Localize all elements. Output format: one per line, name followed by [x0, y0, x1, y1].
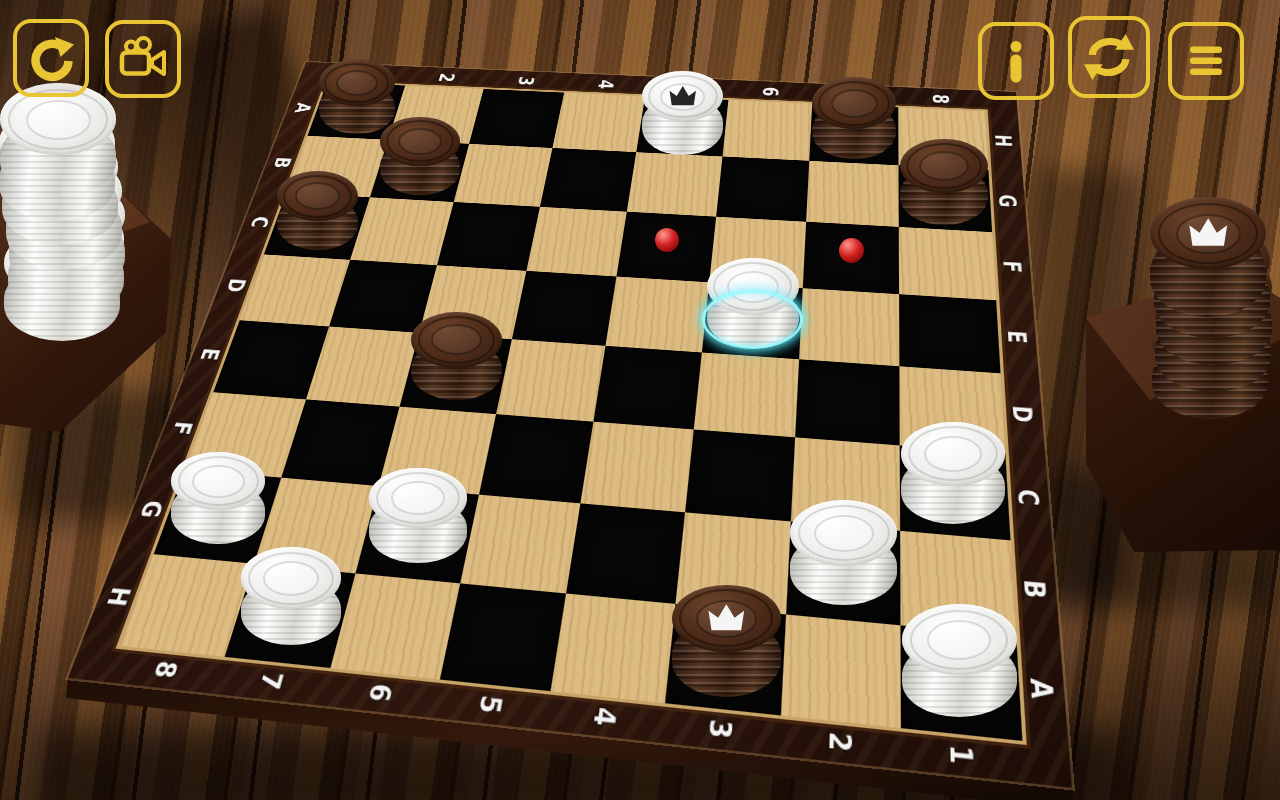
piece-white-man-G7[interactable]	[790, 500, 897, 605]
piece-dark-king-H6[interactable]	[672, 585, 781, 692]
piece-white-man-D6[interactable]	[707, 258, 799, 348]
piece-white-man-G1[interactable]	[171, 452, 265, 544]
piece-white-man-G3[interactable]	[369, 468, 467, 564]
info-button[interactable]	[978, 22, 1054, 100]
piece-dark-man-E3[interactable]	[411, 312, 501, 400]
restart-icon	[27, 34, 75, 82]
info-icon	[992, 37, 1040, 85]
piece-white-man-F8[interactable]	[901, 422, 1005, 524]
game-screen: 18AH27BG36CF45DE54ED63FC72GB81HA	[0, 0, 1280, 800]
menu-icon	[1182, 37, 1230, 85]
piece-dark-man-B8[interactable]	[900, 139, 988, 226]
pieces-layer	[0, 0, 1280, 800]
piece-dark-man-C1[interactable]	[277, 171, 358, 250]
move-target-dot-C7[interactable]	[839, 238, 864, 263]
piece-white-king-A5[interactable]	[642, 71, 723, 150]
menu-button[interactable]	[1168, 22, 1244, 100]
video-camera-icon	[119, 35, 167, 83]
piece-dark-man-A7[interactable]	[812, 77, 896, 159]
move-target-dot-C5[interactable]	[655, 228, 679, 252]
sync-icon	[1084, 32, 1134, 82]
piece-white-man-H2[interactable]	[241, 547, 341, 645]
piece-white-man-H8[interactable]	[902, 604, 1016, 716]
restart-button[interactable]	[13, 19, 89, 97]
piece-dark-man-B2[interactable]	[380, 117, 460, 195]
record-button[interactable]	[105, 20, 181, 98]
sync-button[interactable]	[1068, 16, 1150, 98]
